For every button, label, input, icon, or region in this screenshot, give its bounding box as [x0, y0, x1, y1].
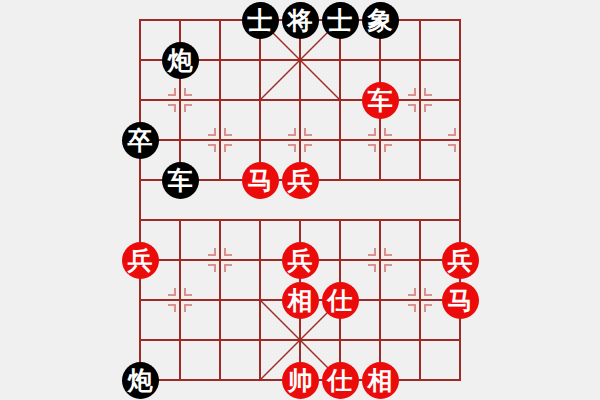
- red-chariot-piece[interactable]: 车: [362, 82, 399, 119]
- black-pawn-piece[interactable]: 卒: [122, 122, 159, 159]
- black-cannon-piece[interactable]: 炮: [162, 42, 199, 79]
- red-elephant-piece[interactable]: 相: [362, 362, 399, 399]
- black-cannon-piece[interactable]: 炮: [122, 362, 159, 399]
- black-general-piece[interactable]: 将: [282, 2, 319, 39]
- red-pawn-piece[interactable]: 兵: [442, 242, 479, 279]
- red-advisor-piece[interactable]: 仕: [322, 282, 359, 319]
- red-horse-piece[interactable]: 马: [242, 162, 279, 199]
- black-chariot-piece[interactable]: 车: [162, 162, 199, 199]
- red-pawn-piece[interactable]: 兵: [282, 162, 319, 199]
- black-elephant-piece[interactable]: 象: [362, 2, 399, 39]
- red-advisor-piece[interactable]: 仕: [322, 362, 359, 399]
- red-pawn-piece[interactable]: 兵: [122, 242, 159, 279]
- red-horse-piece[interactable]: 马: [442, 282, 479, 319]
- piece-layer: 士将士象炮车卒车马兵兵兵兵相仕马炮帅仕相: [120, 0, 480, 400]
- black-advisor-piece[interactable]: 士: [322, 2, 359, 39]
- xiangqi-board-screenshot: 士将士象炮车卒车马兵兵兵兵相仕马炮帅仕相: [0, 0, 600, 400]
- red-elephant-piece[interactable]: 相: [282, 282, 319, 319]
- black-advisor-piece[interactable]: 士: [242, 2, 279, 39]
- red-general-piece[interactable]: 帅: [282, 362, 319, 399]
- red-pawn-piece[interactable]: 兵: [282, 242, 319, 279]
